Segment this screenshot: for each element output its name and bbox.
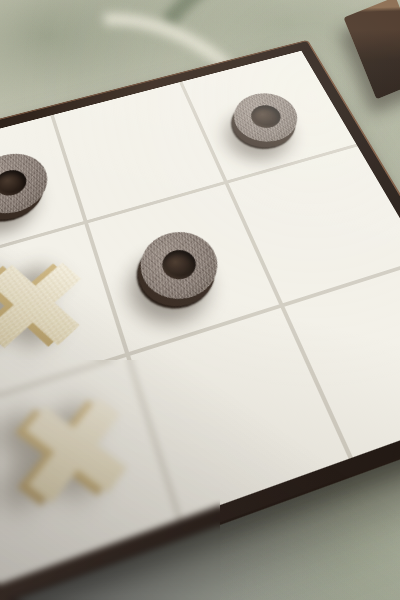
o-piece[interactable] [225,87,307,148]
o-piece-hole [247,103,285,132]
tabletop-photo [0,0,400,600]
o-piece[interactable] [131,224,228,309]
x-piece[interactable] [0,243,106,373]
o-piece-hole [0,167,30,199]
o-piece-hole [158,246,200,283]
x-piece[interactable] [0,378,150,528]
o-piece[interactable] [0,146,55,222]
